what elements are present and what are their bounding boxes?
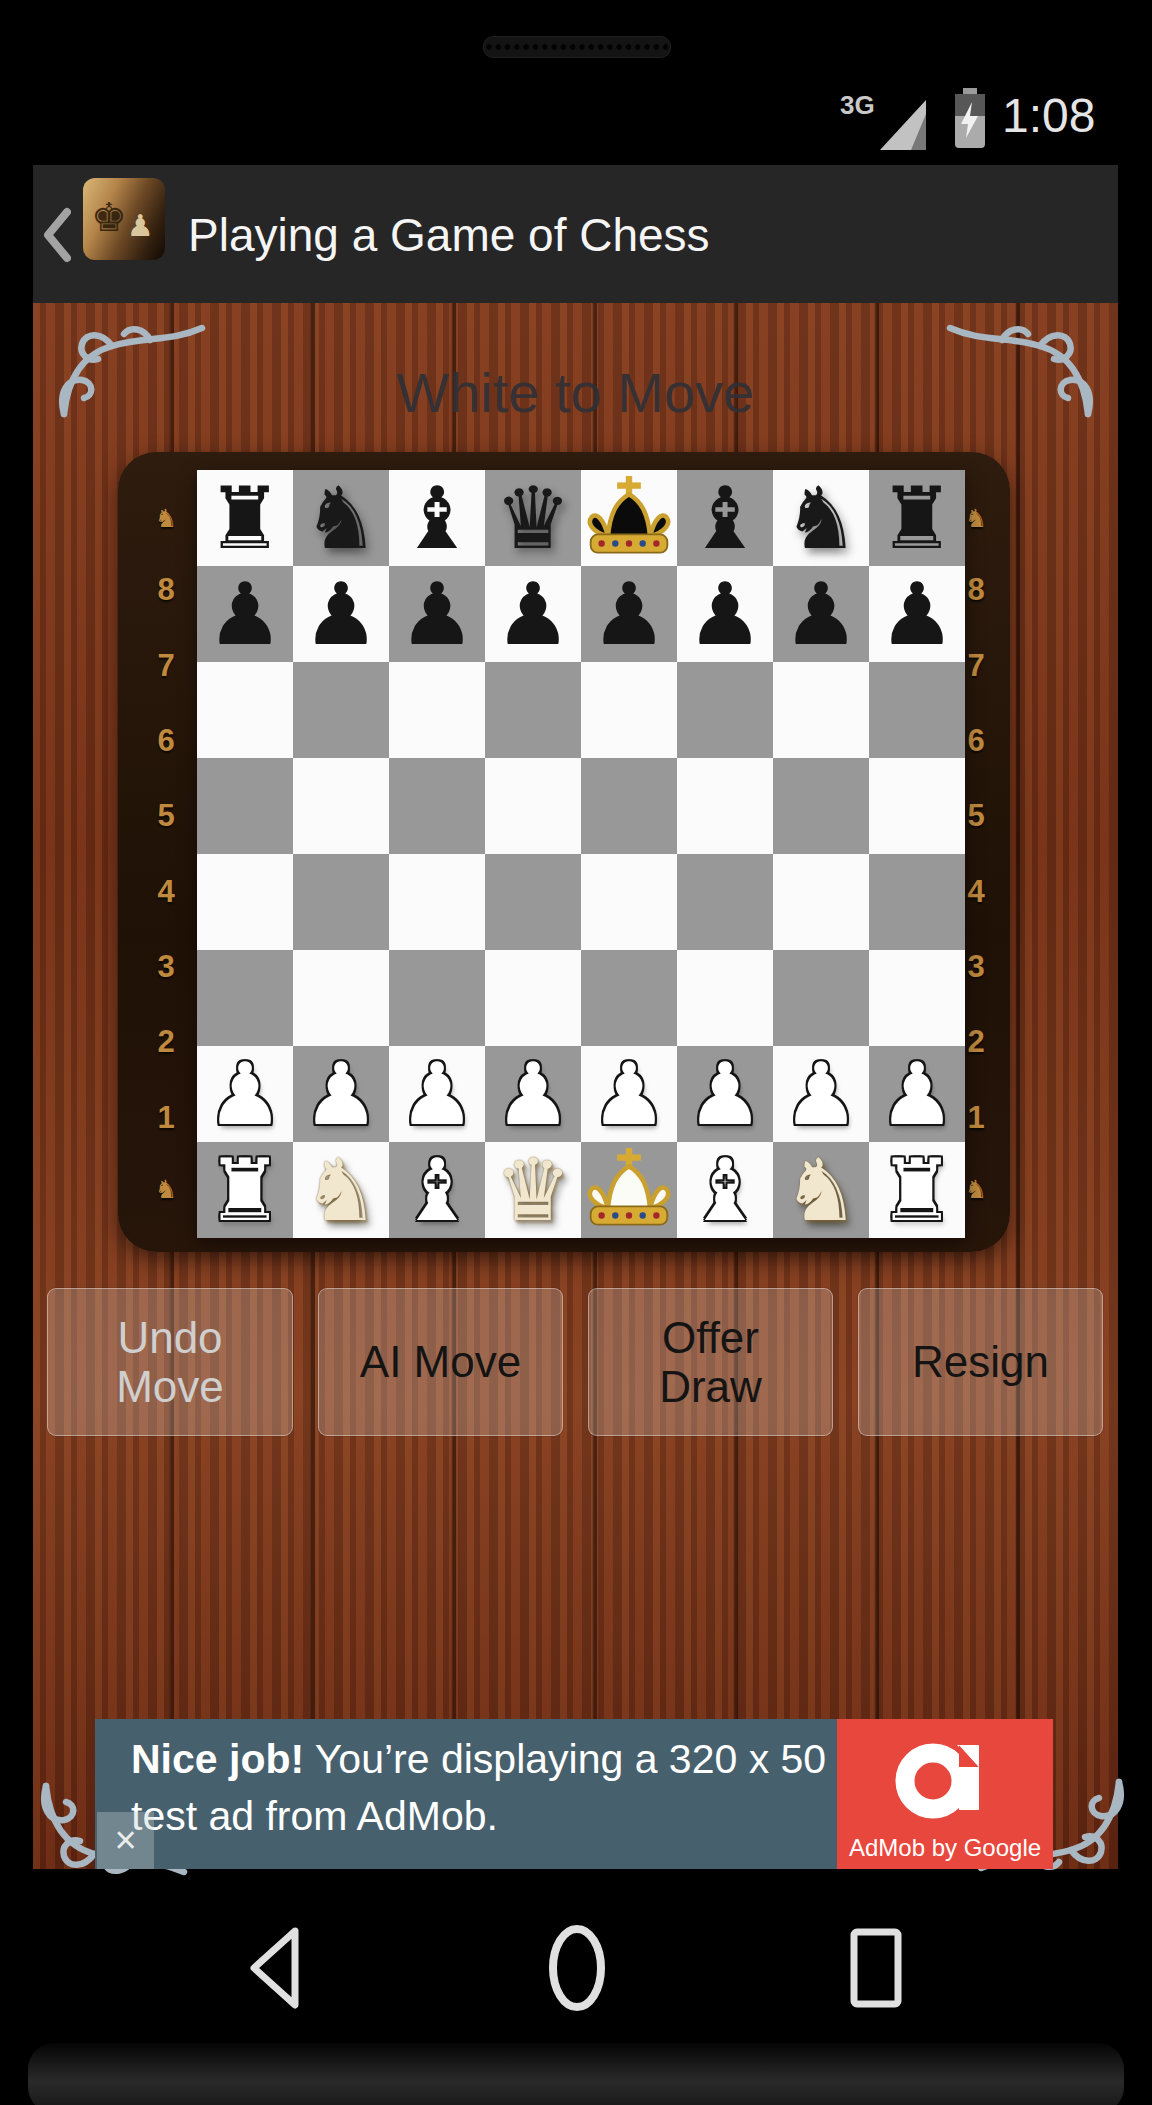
square-d6[interactable]	[485, 662, 581, 758]
rank-label: 7	[967, 648, 984, 684]
white-piece: ♝	[686, 1142, 763, 1238]
frame-ornament: ♞	[965, 504, 987, 533]
nav-recents-icon[interactable]	[849, 1925, 903, 2011]
black-piece: ♝	[398, 470, 475, 566]
square-f7[interactable]: ♟	[677, 566, 773, 662]
square-f4[interactable]	[677, 854, 773, 950]
chess-board[interactable]: ♜♞♝♛ ♝♞♜♟♟♟♟♟♟♟♟♟♟♟♟♟♟♟♟♜♞♝♛ ♝♞♜	[197, 470, 965, 1238]
square-c3[interactable]	[389, 950, 485, 1046]
square-g8[interactable]: ♞	[773, 470, 869, 566]
square-b1[interactable]: ♞	[293, 1142, 389, 1238]
turn-indicator: White to Move	[33, 360, 1118, 425]
square-b2[interactable]: ♟	[293, 1046, 389, 1142]
square-g2[interactable]: ♟	[773, 1046, 869, 1142]
square-e7[interactable]: ♟	[581, 566, 677, 662]
rank-label: 1	[967, 1100, 984, 1136]
square-f6[interactable]	[677, 662, 773, 758]
undo-move-button[interactable]: Undo Move	[47, 1288, 293, 1436]
rank-label: 2	[967, 1024, 984, 1060]
black-piece: ♛	[494, 470, 571, 566]
admob-brand-text: AdMob by Google	[837, 1834, 1053, 1862]
black-piece: ♟	[878, 566, 955, 662]
square-e8[interactable]	[581, 470, 677, 566]
square-c7[interactable]: ♟	[389, 566, 485, 662]
rank-label: 1	[157, 1100, 174, 1136]
square-e1[interactable]	[581, 1142, 677, 1238]
square-h7[interactable]: ♟	[869, 566, 965, 662]
white-piece: ♟	[686, 1046, 763, 1142]
square-f3[interactable]	[677, 950, 773, 1046]
square-d4[interactable]	[485, 854, 581, 950]
square-a6[interactable]	[197, 662, 293, 758]
black-piece: ♞	[302, 470, 379, 566]
square-h4[interactable]	[869, 854, 965, 950]
square-e5[interactable]	[581, 758, 677, 854]
battery-charging-icon	[952, 88, 988, 150]
square-g1[interactable]: ♞	[773, 1142, 869, 1238]
square-g5[interactable]	[773, 758, 869, 854]
rank-label: 5	[967, 798, 984, 834]
square-c1[interactable]: ♝	[389, 1142, 485, 1238]
square-d3[interactable]	[485, 950, 581, 1046]
square-b8[interactable]: ♞	[293, 470, 389, 566]
black-piece: ♝	[686, 470, 763, 566]
white-king-crown-icon	[583, 1148, 675, 1232]
rank-label: 3	[967, 949, 984, 985]
ad-message-line2: test ad from AdMob.	[131, 1788, 826, 1845]
square-e3[interactable]	[581, 950, 677, 1046]
square-g4[interactable]	[773, 854, 869, 950]
app-icon[interactable]: ♚ ♟	[83, 178, 165, 260]
rank-label: 2	[157, 1024, 174, 1060]
rank-label: 8	[157, 572, 174, 608]
square-g7[interactable]: ♟	[773, 566, 869, 662]
app-icon-king-glyph: ♚	[91, 194, 127, 240]
admob-panel: AdMob by Google	[837, 1719, 1053, 1869]
rank-label: 4	[157, 874, 174, 910]
square-c8[interactable]: ♝	[389, 470, 485, 566]
square-b6[interactable]	[293, 662, 389, 758]
black-piece: ♜	[878, 470, 955, 566]
rank-label: 3	[157, 949, 174, 985]
square-a1[interactable]: ♜	[197, 1142, 293, 1238]
square-a7[interactable]: ♟	[197, 566, 293, 662]
square-a8[interactable]: ♜	[197, 470, 293, 566]
square-h1[interactable]: ♜	[869, 1142, 965, 1238]
signal-strength-icon	[878, 98, 928, 152]
ad-message: Nice job! You’re displaying a 320 x 50 t…	[131, 1731, 826, 1844]
frame-ornament: ♞	[965, 1175, 987, 1204]
rank-labels-left: ♞87654321♞	[144, 504, 188, 1204]
square-g3[interactable]	[773, 950, 869, 1046]
black-piece: ♟	[206, 566, 283, 662]
black-piece: ♟	[590, 566, 667, 662]
rank-label: 6	[967, 723, 984, 759]
black-piece: ♜	[206, 470, 283, 566]
status-time: 1:08	[1002, 88, 1095, 143]
frame-ornament: ♞	[155, 504, 177, 533]
square-e6[interactable]	[581, 662, 677, 758]
ad-close-button[interactable]: ×	[97, 1812, 154, 1869]
square-b5[interactable]	[293, 758, 389, 854]
black-piece: ♟	[398, 566, 475, 662]
rank-label: 8	[967, 572, 984, 608]
square-b4[interactable]	[293, 854, 389, 950]
square-f1[interactable]: ♝	[677, 1142, 773, 1238]
square-e2[interactable]: ♟	[581, 1046, 677, 1142]
bottom-bezel	[28, 2043, 1124, 2105]
white-piece: ♟	[206, 1046, 283, 1142]
black-piece: ♟	[782, 566, 859, 662]
white-piece: ♟	[494, 1046, 571, 1142]
square-h5[interactable]	[869, 758, 965, 854]
black-piece: ♟	[302, 566, 379, 662]
back-chevron-icon[interactable]	[43, 207, 71, 263]
square-c6[interactable]	[389, 662, 485, 758]
resign-button[interactable]: Resign	[858, 1288, 1103, 1436]
white-piece: ♟	[782, 1046, 859, 1142]
white-piece: ♜	[878, 1142, 955, 1238]
app-header: ♚ ♟ Playing a Game of Chess	[33, 165, 1118, 305]
white-piece: ♞	[302, 1142, 379, 1238]
rank-label: 6	[157, 723, 174, 759]
square-c2[interactable]: ♟	[389, 1046, 485, 1142]
ad-message-line1: You’re displaying a 320 x 50	[304, 1736, 826, 1782]
square-h8[interactable]: ♜	[869, 470, 965, 566]
rank-label: 7	[157, 648, 174, 684]
square-h6[interactable]	[869, 662, 965, 758]
nav-back-icon[interactable]	[247, 1925, 301, 2011]
square-e4[interactable]	[581, 854, 677, 950]
square-f8[interactable]: ♝	[677, 470, 773, 566]
square-a5[interactable]	[197, 758, 293, 854]
white-piece: ♛	[494, 1142, 571, 1238]
square-d2[interactable]: ♟	[485, 1046, 581, 1142]
square-f5[interactable]	[677, 758, 773, 854]
black-king-crown-icon	[583, 476, 675, 560]
white-piece: ♞	[782, 1142, 859, 1238]
admob-logo-icon	[895, 1723, 995, 1827]
square-a3[interactable]	[197, 950, 293, 1046]
network-type-label: 3G	[840, 90, 875, 121]
square-f2[interactable]: ♟	[677, 1046, 773, 1142]
white-piece: ♜	[206, 1142, 283, 1238]
ad-message-bold: Nice job!	[131, 1736, 304, 1782]
ai-move-button[interactable]: AI Move	[318, 1288, 563, 1436]
nav-home-icon[interactable]	[548, 1925, 606, 2011]
square-b3[interactable]	[293, 950, 389, 1046]
white-piece: ♟	[878, 1046, 955, 1142]
page-title: Playing a Game of Chess	[188, 208, 710, 262]
square-b7[interactable]: ♟	[293, 566, 389, 662]
square-c4[interactable]	[389, 854, 485, 950]
white-piece: ♝	[398, 1142, 475, 1238]
square-d8[interactable]: ♛	[485, 470, 581, 566]
frame-ornament: ♞	[155, 1175, 177, 1204]
phone-screen: 3G 1:08 ♚ ♟ Playing a Game of Chess	[0, 0, 1152, 2105]
white-piece: ♟	[302, 1046, 379, 1142]
square-a2[interactable]: ♟	[197, 1046, 293, 1142]
ad-banner[interactable]: Nice job! You’re displaying a 320 x 50 t…	[95, 1719, 1053, 1869]
rank-label: 4	[967, 874, 984, 910]
square-c5[interactable]	[389, 758, 485, 854]
square-a4[interactable]	[197, 854, 293, 950]
white-piece: ♟	[398, 1046, 475, 1142]
square-h3[interactable]	[869, 950, 965, 1046]
black-piece: ♟	[494, 566, 571, 662]
square-d1[interactable]: ♛	[485, 1142, 581, 1238]
earpiece-speaker	[483, 36, 671, 58]
black-piece: ♞	[782, 470, 859, 566]
square-g6[interactable]	[773, 662, 869, 758]
rank-label: 5	[157, 798, 174, 834]
square-d5[interactable]	[485, 758, 581, 854]
white-piece: ♟	[590, 1046, 667, 1142]
offer-draw-button[interactable]: Offer Draw	[588, 1288, 833, 1436]
square-h2[interactable]: ♟	[869, 1046, 965, 1142]
black-piece: ♟	[686, 566, 763, 662]
app-icon-pawn-glyph: ♟	[127, 208, 154, 243]
square-d7[interactable]: ♟	[485, 566, 581, 662]
